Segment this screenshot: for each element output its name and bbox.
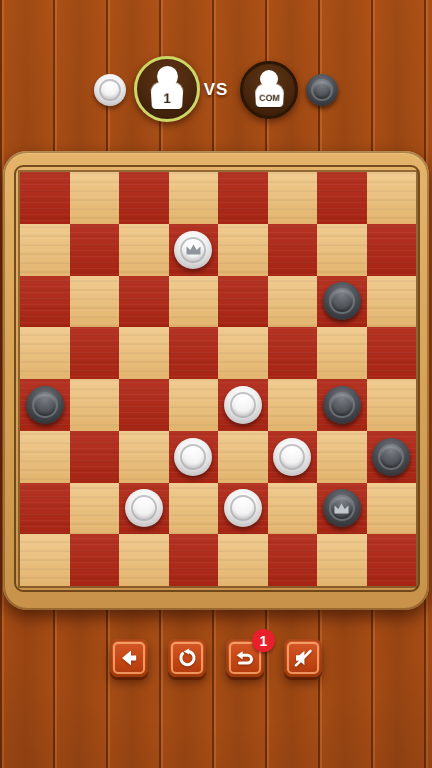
board-square[interactable] (268, 172, 318, 224)
bottom-toolbar: 1 (0, 639, 432, 677)
board-square[interactable] (169, 483, 219, 535)
board-frame (3, 151, 429, 610)
board-square[interactable] (317, 431, 367, 483)
restart-button[interactable] (168, 639, 206, 677)
player2-label: COM (258, 93, 279, 103)
checkers-board[interactable] (20, 172, 416, 586)
checker-white-man[interactable] (273, 438, 311, 476)
board-square[interactable] (119, 172, 169, 224)
board-square[interactable] (169, 327, 219, 379)
undo-button[interactable]: 1 (226, 639, 264, 677)
checker-white-man[interactable] (125, 489, 163, 527)
player1-person-icon: 1 (137, 59, 197, 119)
board-square[interactable] (119, 379, 169, 431)
board-square[interactable] (317, 224, 367, 276)
board-square[interactable] (169, 172, 219, 224)
board-square[interactable] (268, 276, 318, 328)
back-arrow-icon (119, 648, 139, 668)
board-square[interactable] (20, 483, 70, 535)
restart-icon (177, 648, 197, 668)
board-square[interactable] (367, 224, 417, 276)
board-square[interactable] (218, 534, 268, 586)
board-square[interactable] (119, 224, 169, 276)
checker-white-man[interactable] (174, 438, 212, 476)
person-body: 1 (150, 82, 183, 109)
board-square[interactable] (317, 327, 367, 379)
checker-black-king[interactable] (323, 489, 361, 527)
board-square[interactable] (20, 534, 70, 586)
muted-speaker-icon (293, 648, 313, 668)
board-square[interactable] (169, 379, 219, 431)
board-square[interactable] (20, 327, 70, 379)
board-square[interactable] (268, 483, 318, 535)
board-square[interactable] (367, 379, 417, 431)
undo-count-badge: 1 (252, 629, 275, 652)
black-checker-indicator-icon (306, 74, 338, 106)
crown-icon (174, 231, 212, 269)
board-square[interactable] (70, 379, 120, 431)
board-square[interactable] (317, 172, 367, 224)
board-square[interactable] (119, 276, 169, 328)
board-square[interactable] (70, 224, 120, 276)
board-square[interactable] (367, 276, 417, 328)
board-square[interactable] (268, 379, 318, 431)
board-square[interactable] (20, 276, 70, 328)
board-square[interactable] (218, 224, 268, 276)
board-square[interactable] (20, 431, 70, 483)
board-square[interactable] (169, 276, 219, 328)
checker-black-man[interactable] (26, 386, 64, 424)
player2-person-icon: COM (243, 64, 295, 116)
board-square[interactable] (119, 431, 169, 483)
board-square[interactable] (119, 534, 169, 586)
game-screen: 1 VS COM (0, 0, 432, 768)
board-square[interactable] (268, 224, 318, 276)
back-button[interactable] (110, 639, 148, 677)
board-square[interactable] (367, 534, 417, 586)
board-square[interactable] (367, 172, 417, 224)
board-square[interactable] (367, 483, 417, 535)
white-checker-indicator-icon (94, 74, 126, 106)
board-square[interactable] (70, 327, 120, 379)
board-square[interactable] (218, 327, 268, 379)
checker-black-man[interactable] (323, 282, 361, 320)
mute-button[interactable] (284, 639, 322, 677)
checker-white-man[interactable] (224, 489, 262, 527)
board-square[interactable] (268, 327, 318, 379)
board-square[interactable] (218, 431, 268, 483)
checker-white-man[interactable] (224, 386, 262, 424)
board-square[interactable] (317, 534, 367, 586)
vs-label: VS (198, 80, 234, 100)
board-square[interactable] (70, 431, 120, 483)
top-bar: 1 VS COM (0, 0, 432, 150)
board-square[interactable] (70, 172, 120, 224)
board-square[interactable] (367, 327, 417, 379)
board-square[interactable] (119, 327, 169, 379)
checker-black-man[interactable] (372, 438, 410, 476)
player1-avatar[interactable]: 1 (134, 56, 200, 122)
crown-icon (323, 489, 361, 527)
player1-label: 1 (163, 90, 171, 106)
player2-avatar[interactable]: COM (240, 61, 298, 119)
board-square[interactable] (20, 224, 70, 276)
board-square[interactable] (70, 534, 120, 586)
undo-icon (235, 648, 255, 668)
checker-white-king[interactable] (174, 231, 212, 269)
board-square[interactable] (218, 172, 268, 224)
board-square[interactable] (20, 172, 70, 224)
board-square[interactable] (218, 276, 268, 328)
board-square[interactable] (268, 534, 318, 586)
board-square[interactable] (70, 483, 120, 535)
person-body: COM (254, 84, 284, 107)
board-square[interactable] (169, 534, 219, 586)
checker-black-man[interactable] (323, 386, 361, 424)
board-square[interactable] (70, 276, 120, 328)
